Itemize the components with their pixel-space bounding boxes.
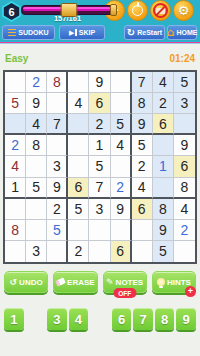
cell-r6c4[interactable]: 6 bbox=[68, 178, 89, 199]
power-button[interactable] bbox=[127, 0, 148, 21]
undo-icon: ↺ bbox=[10, 278, 18, 287]
skip-button[interactable]: ▶ SKIP bbox=[59, 25, 105, 40]
hints-button[interactable]: HINTS + bbox=[152, 271, 196, 293]
notes-label: NOTES bbox=[116, 278, 144, 287]
home-label: HOME bbox=[176, 29, 197, 36]
cell-r8c5[interactable] bbox=[89, 220, 110, 241]
cell-r3c6[interactable]: 5 bbox=[111, 114, 132, 135]
cell-r5c9[interactable]: 6 bbox=[174, 156, 195, 177]
erase-label: ERASE bbox=[67, 278, 95, 287]
cell-r4c1[interactable]: 2 bbox=[5, 135, 26, 156]
cell-r9c6[interactable]: 6 bbox=[111, 241, 132, 262]
cell-r3c8[interactable]: 6 bbox=[153, 114, 174, 135]
pencil-icon: ✎ bbox=[106, 278, 114, 287]
cell-r2c4[interactable]: 4 bbox=[68, 93, 89, 114]
cell-r8c6[interactable] bbox=[111, 220, 132, 241]
cell-r3c3[interactable]: 7 bbox=[47, 114, 68, 135]
numpad-empty-slot-2 bbox=[26, 308, 46, 330]
cell-r9c3[interactable] bbox=[47, 241, 68, 262]
cell-r2c8[interactable]: 2 bbox=[153, 93, 174, 114]
undo-button[interactable]: ↺ UNDO bbox=[4, 271, 48, 293]
numpad-9[interactable]: 9 bbox=[176, 308, 196, 330]
gear-icon: ⚙ bbox=[178, 4, 190, 17]
cell-r2c5[interactable]: 6 bbox=[89, 93, 110, 114]
cell-r3c5[interactable]: 2 bbox=[89, 114, 110, 135]
cell-r1c5[interactable]: 9 bbox=[89, 72, 110, 93]
notes-button[interactable]: ✎ NOTES OFF bbox=[103, 271, 147, 293]
cell-r1c6[interactable] bbox=[111, 72, 132, 93]
cell-r8c9[interactable]: 2 bbox=[174, 220, 195, 241]
cell-r5c6[interactable] bbox=[111, 156, 132, 177]
cell-r3c9[interactable] bbox=[174, 114, 195, 135]
numpad-1[interactable]: 1 bbox=[4, 308, 24, 330]
numpad-7[interactable]: 7 bbox=[133, 308, 153, 330]
cell-r9c7[interactable] bbox=[132, 241, 153, 262]
cell-r6c1[interactable]: 1 bbox=[5, 178, 26, 199]
numpad-3[interactable]: 3 bbox=[47, 308, 67, 330]
notes-off-badge: OFF bbox=[113, 288, 136, 298]
cell-r7c7[interactable]: 6 bbox=[132, 199, 153, 220]
cell-r6c8[interactable] bbox=[153, 178, 174, 199]
cell-r5c4[interactable] bbox=[68, 156, 89, 177]
level-badge: 6 bbox=[1, 1, 22, 22]
cell-r9c1[interactable] bbox=[5, 241, 26, 262]
cell-r9c4[interactable]: 2 bbox=[68, 241, 89, 262]
cell-r4c9[interactable]: 9 bbox=[174, 135, 195, 156]
toolbar: ↺ UNDO ERASE ✎ NOTES OFF HINTS + bbox=[4, 271, 196, 293]
cell-r6c3[interactable]: 9 bbox=[47, 178, 68, 199]
sudoku-app: 6 157/161 ★ ⚙ SUDOKU ▶ bbox=[0, 0, 200, 356]
cell-r2c7[interactable]: 8 bbox=[132, 93, 153, 114]
cell-r5c5[interactable]: 5 bbox=[89, 156, 110, 177]
difficulty-label: Easy bbox=[5, 53, 28, 64]
list-icon bbox=[8, 29, 16, 37]
cell-r8c4[interactable] bbox=[68, 220, 89, 241]
progress-endcap bbox=[110, 4, 117, 16]
cell-r3c1[interactable] bbox=[5, 114, 26, 135]
skip-label: SKIP bbox=[79, 29, 95, 36]
level-number: 6 bbox=[8, 6, 14, 18]
cell-r5c1[interactable]: 4 bbox=[5, 156, 26, 177]
skip-icon: ▶ bbox=[69, 29, 77, 37]
erase-button[interactable]: ERASE bbox=[53, 271, 97, 293]
cell-r3c7[interactable]: 9 bbox=[132, 114, 153, 135]
cell-r1c4[interactable] bbox=[68, 72, 89, 93]
sudoku-menu-label: SUDOKU bbox=[18, 29, 48, 36]
cell-r6c2[interactable]: 5 bbox=[26, 178, 47, 199]
cell-r1c2[interactable]: 2 bbox=[26, 72, 47, 93]
cell-r2c9[interactable]: 3 bbox=[174, 93, 195, 114]
cell-r4c4[interactable] bbox=[68, 135, 89, 156]
lightbulb-icon bbox=[157, 278, 165, 286]
no-ads-button[interactable] bbox=[150, 0, 171, 21]
cell-r5c8[interactable]: 1 bbox=[153, 156, 174, 177]
progress-bar bbox=[21, 5, 116, 15]
restart-button[interactable]: ↻ ReStart bbox=[124, 25, 165, 40]
progress-ornament bbox=[60, 3, 77, 17]
numpad-8[interactable]: 8 bbox=[155, 308, 175, 330]
cell-r8c1[interactable]: 8 bbox=[5, 220, 26, 241]
eraser-icon bbox=[55, 277, 66, 286]
cell-r9c8[interactable]: 5 bbox=[153, 241, 174, 262]
cell-r1c3[interactable]: 8 bbox=[47, 72, 68, 93]
cell-r4c8[interactable] bbox=[153, 135, 174, 156]
cell-r4c6[interactable]: 4 bbox=[111, 135, 132, 156]
cell-r7c9[interactable]: 4 bbox=[174, 199, 195, 220]
cell-r4c5[interactable]: 1 bbox=[89, 135, 110, 156]
cell-r4c2[interactable]: 8 bbox=[26, 135, 47, 156]
sudoku-board: 2897455946823472596281459435216159672482… bbox=[3, 70, 197, 264]
numpad-6[interactable]: 6 bbox=[112, 308, 132, 330]
cell-r5c3[interactable]: 3 bbox=[47, 156, 68, 177]
cell-r3c4[interactable] bbox=[68, 114, 89, 135]
cell-r6c6[interactable]: 2 bbox=[111, 178, 132, 199]
cell-r4c7[interactable]: 5 bbox=[132, 135, 153, 156]
cell-r9c9[interactable] bbox=[174, 241, 195, 262]
numpad-empty-slot-5 bbox=[90, 308, 110, 330]
number-pad: 1346789 bbox=[4, 308, 196, 330]
cell-r6c5[interactable]: 7 bbox=[89, 178, 110, 199]
cell-r7c2[interactable] bbox=[26, 199, 47, 220]
cell-r6c9[interactable]: 8 bbox=[174, 178, 195, 199]
cell-r7c4[interactable]: 5 bbox=[68, 199, 89, 220]
no-ads-icon bbox=[153, 3, 168, 18]
home-button[interactable]: ⌂ HOME bbox=[167, 25, 197, 40]
cell-r1c7[interactable]: 7 bbox=[132, 72, 153, 93]
undo-label: UNDO bbox=[19, 278, 43, 287]
cell-r6c7[interactable]: 4 bbox=[132, 178, 153, 199]
cell-r1c8[interactable]: 4 bbox=[153, 72, 174, 93]
cell-r1c1[interactable] bbox=[5, 72, 26, 93]
cell-r2c6[interactable] bbox=[111, 93, 132, 114]
cell-r7c5[interactable]: 3 bbox=[89, 199, 110, 220]
cell-r3c2[interactable]: 4 bbox=[26, 114, 47, 135]
cell-r1c9[interactable]: 5 bbox=[174, 72, 195, 93]
sudoku-menu-button[interactable]: SUDOKU bbox=[2, 25, 55, 40]
restart-icon: ↻ bbox=[127, 28, 135, 38]
home-icon: ⌂ bbox=[167, 27, 175, 38]
settings-button[interactable]: ⚙ bbox=[173, 0, 194, 21]
numpad-4[interactable]: 4 bbox=[69, 308, 89, 330]
cell-r8c3[interactable]: 5 bbox=[47, 220, 68, 241]
cell-r8c8[interactable]: 9 bbox=[153, 220, 174, 241]
cell-r7c3[interactable]: 2 bbox=[47, 199, 68, 220]
top-bar: 6 157/161 ★ ⚙ SUDOKU ▶ bbox=[0, 0, 200, 42]
cell-r5c2[interactable] bbox=[26, 156, 47, 177]
cell-r7c6[interactable]: 9 bbox=[111, 199, 132, 220]
cell-r4c3[interactable] bbox=[47, 135, 68, 156]
cell-r9c2[interactable]: 3 bbox=[26, 241, 47, 262]
timer: 01:24 bbox=[169, 53, 195, 64]
cell-r9c5[interactable] bbox=[89, 241, 110, 262]
cell-r7c8[interactable]: 8 bbox=[153, 199, 174, 220]
cell-r2c3[interactable] bbox=[47, 93, 68, 114]
hints-plus-badge: + bbox=[185, 286, 196, 297]
power-icon bbox=[132, 5, 143, 16]
restart-label: ReStart bbox=[137, 29, 162, 36]
cell-r7c1[interactable] bbox=[5, 199, 26, 220]
cell-r8c2[interactable] bbox=[26, 220, 47, 241]
cell-r2c1[interactable]: 5 bbox=[5, 93, 26, 114]
cell-r2c2[interactable]: 9 bbox=[26, 93, 47, 114]
cell-r8c7[interactable] bbox=[132, 220, 153, 241]
cell-r5c7[interactable]: 2 bbox=[132, 156, 153, 177]
header-divider bbox=[0, 42, 200, 44]
